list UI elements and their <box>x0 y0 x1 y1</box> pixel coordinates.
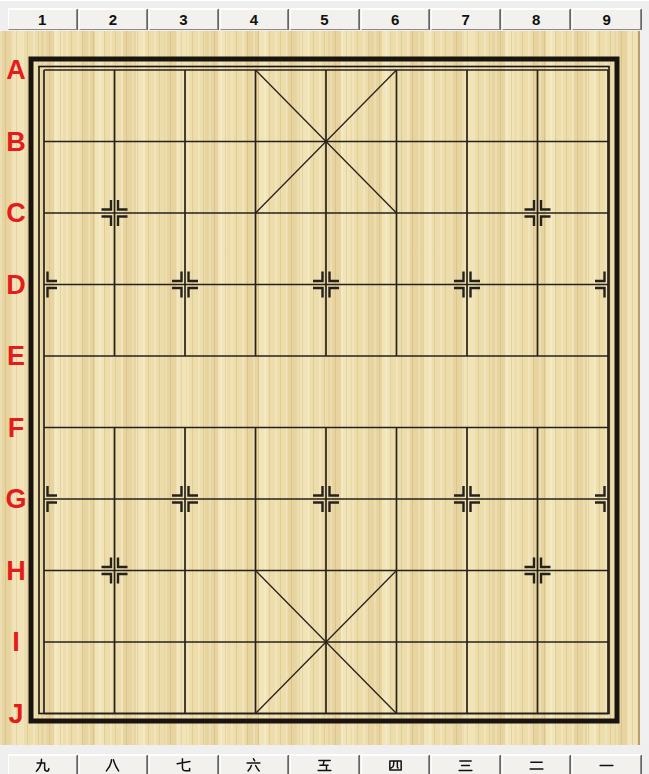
intersection-c4[interactable] <box>220 177 291 248</box>
intersection-h5[interactable] <box>291 534 362 605</box>
file-button-8[interactable]: 8 <box>502 9 571 30</box>
chinese-file-button-5[interactable] <box>290 755 359 774</box>
xiangqi-app-window: 123456789 ABCDEFGHIJ <box>0 0 649 774</box>
chinese-file-button-1[interactable] <box>572 755 641 774</box>
bottom-coordinate-header <box>0 745 649 774</box>
file-button-label: 7 <box>461 11 469 28</box>
intersection-d4[interactable] <box>220 249 291 320</box>
intersection-d8[interactable] <box>502 249 573 320</box>
intersection-d6[interactable] <box>361 249 432 320</box>
chinese-file-button-6[interactable] <box>220 755 289 774</box>
intersection-d5[interactable] <box>291 249 362 320</box>
intersection-b4[interactable] <box>220 106 291 177</box>
intersection-a8[interactable] <box>502 34 573 105</box>
intersection-h1[interactable] <box>9 534 80 605</box>
intersection-a2[interactable] <box>79 34 150 105</box>
file-button-6[interactable]: 6 <box>361 9 430 30</box>
intersection-g4[interactable] <box>220 463 291 534</box>
chinese-numeral-glyph <box>34 757 51 774</box>
intersection-f5[interactable] <box>291 391 362 462</box>
intersection-j9[interactable] <box>573 677 644 748</box>
intersection-d9[interactable] <box>573 249 644 320</box>
intersection-b3[interactable] <box>150 106 221 177</box>
intersection-e5[interactable] <box>291 320 362 391</box>
intersection-j1[interactable] <box>9 677 80 748</box>
intersection-f3[interactable] <box>150 391 221 462</box>
intersection-g6[interactable] <box>361 463 432 534</box>
file-button-label: 2 <box>109 11 117 28</box>
intersection-f2[interactable] <box>79 391 150 462</box>
intersection-h8[interactable] <box>502 534 573 605</box>
file-button-4[interactable]: 4 <box>220 9 289 30</box>
chinese-numeral-glyph <box>598 757 615 774</box>
file-button-2[interactable]: 2 <box>79 9 148 30</box>
intersection-e7[interactable] <box>432 320 503 391</box>
intersection-d2[interactable] <box>79 249 150 320</box>
file-button-9[interactable]: 9 <box>572 9 641 30</box>
intersection-e8[interactable] <box>502 320 573 391</box>
chinese-numeral-glyph <box>104 757 121 774</box>
intersection-h9[interactable] <box>573 534 644 605</box>
file-button-label: 6 <box>391 11 399 28</box>
file-button-label: 8 <box>532 11 540 28</box>
intersection-g7[interactable] <box>432 463 503 534</box>
intersection-b9[interactable] <box>573 106 644 177</box>
intersection-j8[interactable] <box>502 677 573 748</box>
intersection-f9[interactable] <box>573 391 644 462</box>
chinese-file-button-7[interactable] <box>149 755 218 774</box>
intersection-e2[interactable] <box>79 320 150 391</box>
intersection-c6[interactable] <box>361 177 432 248</box>
intersection-h7[interactable] <box>432 534 503 605</box>
intersection-i3[interactable] <box>150 606 221 677</box>
file-button-1[interactable]: 1 <box>8 9 77 30</box>
intersection-g3[interactable] <box>150 463 221 534</box>
top-coordinate-header: 123456789 <box>0 1 649 31</box>
file-button-3[interactable]: 3 <box>149 9 218 30</box>
chinese-numeral-glyph <box>457 757 474 774</box>
intersection-a4[interactable] <box>220 34 291 105</box>
intersection-i6[interactable] <box>361 606 432 677</box>
intersection-f6[interactable] <box>361 391 432 462</box>
file-button-label: 9 <box>603 11 611 28</box>
intersection-i5[interactable] <box>291 606 362 677</box>
intersection-i2[interactable] <box>79 606 150 677</box>
intersection-j3[interactable] <box>150 677 221 748</box>
file-button-label: 1 <box>38 11 46 28</box>
intersection-b7[interactable] <box>432 106 503 177</box>
intersection-j4[interactable] <box>220 677 291 748</box>
chinese-file-button-4[interactable] <box>361 755 430 774</box>
intersection-e9[interactable] <box>573 320 644 391</box>
intersection-c2[interactable] <box>79 177 150 248</box>
intersection-f4[interactable] <box>220 391 291 462</box>
intersection-i1[interactable] <box>9 606 80 677</box>
file-button-label: 5 <box>320 11 328 28</box>
intersection-j5[interactable] <box>291 677 362 748</box>
intersection-a7[interactable] <box>432 34 503 105</box>
intersection-f1[interactable] <box>9 391 80 462</box>
intersection-j7[interactable] <box>432 677 503 748</box>
intersection-g1[interactable] <box>9 463 80 534</box>
chinese-file-number-buttons <box>8 754 641 774</box>
intersection-c7[interactable] <box>432 177 503 248</box>
intersection-a1[interactable] <box>9 34 80 105</box>
intersection-c1[interactable] <box>9 177 80 248</box>
file-button-label: 4 <box>250 11 258 28</box>
intersection-i8[interactable] <box>502 606 573 677</box>
board-panel: ABCDEFGHIJ <box>0 31 640 749</box>
intersection-e4[interactable] <box>220 320 291 391</box>
intersection-c3[interactable] <box>150 177 221 248</box>
intersection-i4[interactable] <box>220 606 291 677</box>
intersection-h3[interactable] <box>150 534 221 605</box>
chinese-numeral-glyph <box>316 757 333 774</box>
file-button-7[interactable]: 7 <box>431 9 500 30</box>
intersection-g9[interactable] <box>573 463 644 534</box>
intersection-c8[interactable] <box>502 177 573 248</box>
intersection-b2[interactable] <box>79 106 150 177</box>
chinese-numeral-glyph <box>245 757 262 774</box>
intersection-g5[interactable] <box>291 463 362 534</box>
file-button-label: 3 <box>179 11 187 28</box>
file-button-5[interactable]: 5 <box>290 9 359 30</box>
intersection-i7[interactable] <box>432 606 503 677</box>
chinese-file-button-8[interactable] <box>79 755 148 774</box>
intersection-j6[interactable] <box>361 677 432 748</box>
file-number-buttons: 123456789 <box>8 8 641 30</box>
intersection-d3[interactable] <box>150 249 221 320</box>
intersection-f7[interactable] <box>432 391 503 462</box>
intersection-g8[interactable] <box>502 463 573 534</box>
intersection-h2[interactable] <box>79 534 150 605</box>
chinese-file-button-2[interactable] <box>502 755 571 774</box>
chinese-numeral-glyph <box>387 757 404 774</box>
intersection-i9[interactable] <box>573 606 644 677</box>
intersection-b8[interactable] <box>502 106 573 177</box>
chinese-file-button-3[interactable] <box>431 755 500 774</box>
intersection-g2[interactable] <box>79 463 150 534</box>
intersection-e3[interactable] <box>150 320 221 391</box>
chinese-file-button-9[interactable] <box>8 755 77 774</box>
intersection-h6[interactable] <box>361 534 432 605</box>
intersection-j2[interactable] <box>79 677 150 748</box>
intersection-b5[interactable] <box>291 106 362 177</box>
intersection-c9[interactable] <box>573 177 644 248</box>
intersection-e1[interactable] <box>9 320 80 391</box>
intersection-a9[interactable] <box>573 34 644 105</box>
intersection-d1[interactable] <box>9 249 80 320</box>
intersection-a5[interactable] <box>291 34 362 105</box>
intersection-f8[interactable] <box>502 391 573 462</box>
intersection-h4[interactable] <box>220 534 291 605</box>
intersection-b1[interactable] <box>9 106 80 177</box>
board-intersection-grid <box>9 34 644 748</box>
intersection-b6[interactable] <box>361 106 432 177</box>
intersection-d7[interactable] <box>432 249 503 320</box>
chinese-numeral-glyph <box>528 757 545 774</box>
intersection-c5[interactable] <box>291 177 362 248</box>
intersection-a3[interactable] <box>150 34 221 105</box>
intersection-e6[interactable] <box>361 320 432 391</box>
intersection-a6[interactable] <box>361 34 432 105</box>
chinese-numeral-glyph <box>175 757 192 774</box>
